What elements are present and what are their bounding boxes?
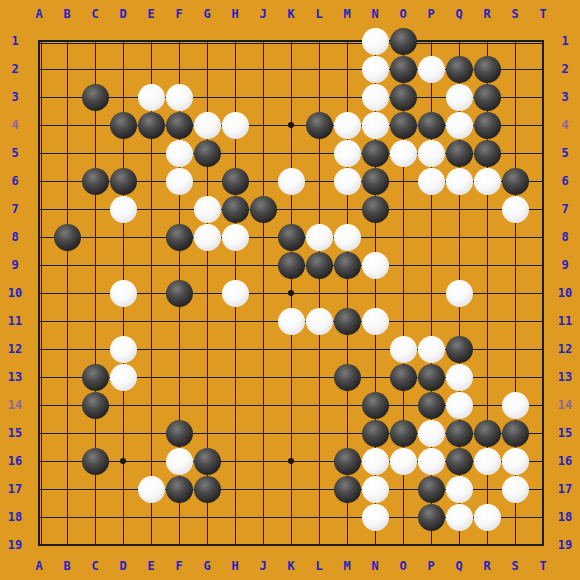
- intersection-H16[interactable]: [221, 447, 249, 475]
- intersection-P17[interactable]: [417, 475, 445, 503]
- intersection-A11[interactable]: [25, 307, 53, 335]
- intersection-G12[interactable]: [193, 335, 221, 363]
- intersection-N17[interactable]: [361, 475, 389, 503]
- intersection-K7[interactable]: [277, 195, 305, 223]
- intersection-A15[interactable]: [25, 419, 53, 447]
- intersection-E9[interactable]: [137, 251, 165, 279]
- intersection-G15[interactable]: [193, 419, 221, 447]
- intersection-M13[interactable]: [333, 363, 361, 391]
- intersection-D4[interactable]: [109, 111, 137, 139]
- intersection-P18[interactable]: [417, 503, 445, 531]
- intersection-A9[interactable]: [25, 251, 53, 279]
- intersection-Q9[interactable]: [445, 251, 473, 279]
- intersection-Q13[interactable]: [445, 363, 473, 391]
- intersection-E2[interactable]: [137, 55, 165, 83]
- intersection-T17[interactable]: [529, 475, 557, 503]
- intersection-S16[interactable]: [501, 447, 529, 475]
- intersection-N12[interactable]: [361, 335, 389, 363]
- intersection-B6[interactable]: [53, 167, 81, 195]
- intersection-S9[interactable]: [501, 251, 529, 279]
- intersection-G6[interactable]: [193, 167, 221, 195]
- intersection-Q11[interactable]: [445, 307, 473, 335]
- intersection-C3[interactable]: [81, 83, 109, 111]
- intersection-H8[interactable]: [221, 223, 249, 251]
- intersection-M10[interactable]: [333, 279, 361, 307]
- intersection-H1[interactable]: [221, 27, 249, 55]
- intersection-Q1[interactable]: [445, 27, 473, 55]
- intersection-T8[interactable]: [529, 223, 557, 251]
- intersection-D15[interactable]: [109, 419, 137, 447]
- intersection-N1[interactable]: [361, 27, 389, 55]
- intersection-F17[interactable]: [165, 475, 193, 503]
- intersection-E19[interactable]: [137, 531, 165, 559]
- intersection-G2[interactable]: [193, 55, 221, 83]
- intersection-C8[interactable]: [81, 223, 109, 251]
- intersection-K16[interactable]: [277, 447, 305, 475]
- intersection-M18[interactable]: [333, 503, 361, 531]
- intersection-B1[interactable]: [53, 27, 81, 55]
- intersection-P16[interactable]: [417, 447, 445, 475]
- intersection-E15[interactable]: [137, 419, 165, 447]
- intersection-G1[interactable]: [193, 27, 221, 55]
- intersection-O2[interactable]: [389, 55, 417, 83]
- intersection-J2[interactable]: [249, 55, 277, 83]
- intersection-C16[interactable]: [81, 447, 109, 475]
- intersection-L8[interactable]: [305, 223, 333, 251]
- intersection-F18[interactable]: [165, 503, 193, 531]
- intersection-K13[interactable]: [277, 363, 305, 391]
- intersection-Q5[interactable]: [445, 139, 473, 167]
- intersection-E10[interactable]: [137, 279, 165, 307]
- intersection-L2[interactable]: [305, 55, 333, 83]
- intersection-S3[interactable]: [501, 83, 529, 111]
- intersection-P10[interactable]: [417, 279, 445, 307]
- intersection-C19[interactable]: [81, 531, 109, 559]
- intersection-A5[interactable]: [25, 139, 53, 167]
- intersection-Q7[interactable]: [445, 195, 473, 223]
- intersection-H2[interactable]: [221, 55, 249, 83]
- intersection-A3[interactable]: [25, 83, 53, 111]
- intersection-C17[interactable]: [81, 475, 109, 503]
- intersection-R3[interactable]: [473, 83, 501, 111]
- intersection-G7[interactable]: [193, 195, 221, 223]
- intersection-H13[interactable]: [221, 363, 249, 391]
- intersection-B2[interactable]: [53, 55, 81, 83]
- intersection-L19[interactable]: [305, 531, 333, 559]
- intersection-O18[interactable]: [389, 503, 417, 531]
- intersection-J18[interactable]: [249, 503, 277, 531]
- intersection-J10[interactable]: [249, 279, 277, 307]
- intersection-T9[interactable]: [529, 251, 557, 279]
- intersection-J17[interactable]: [249, 475, 277, 503]
- intersection-L11[interactable]: [305, 307, 333, 335]
- intersection-F2[interactable]: [165, 55, 193, 83]
- intersection-A4[interactable]: [25, 111, 53, 139]
- intersection-Q19[interactable]: [445, 531, 473, 559]
- intersection-O15[interactable]: [389, 419, 417, 447]
- intersection-H3[interactable]: [221, 83, 249, 111]
- intersection-S8[interactable]: [501, 223, 529, 251]
- intersection-B3[interactable]: [53, 83, 81, 111]
- intersection-K11[interactable]: [277, 307, 305, 335]
- intersection-D7[interactable]: [109, 195, 137, 223]
- intersection-C2[interactable]: [81, 55, 109, 83]
- intersection-E3[interactable]: [137, 83, 165, 111]
- intersection-F9[interactable]: [165, 251, 193, 279]
- intersection-B12[interactable]: [53, 335, 81, 363]
- intersection-M16[interactable]: [333, 447, 361, 475]
- intersection-K4[interactable]: [277, 111, 305, 139]
- intersection-C10[interactable]: [81, 279, 109, 307]
- intersection-M8[interactable]: [333, 223, 361, 251]
- intersection-T7[interactable]: [529, 195, 557, 223]
- intersection-H12[interactable]: [221, 335, 249, 363]
- intersection-B4[interactable]: [53, 111, 81, 139]
- intersection-A12[interactable]: [25, 335, 53, 363]
- intersection-J15[interactable]: [249, 419, 277, 447]
- intersection-L9[interactable]: [305, 251, 333, 279]
- intersection-K1[interactable]: [277, 27, 305, 55]
- intersection-K10[interactable]: [277, 279, 305, 307]
- intersection-L10[interactable]: [305, 279, 333, 307]
- intersection-N16[interactable]: [361, 447, 389, 475]
- intersection-D2[interactable]: [109, 55, 137, 83]
- intersection-R13[interactable]: [473, 363, 501, 391]
- intersection-E17[interactable]: [137, 475, 165, 503]
- intersection-E7[interactable]: [137, 195, 165, 223]
- intersection-D17[interactable]: [109, 475, 137, 503]
- intersection-F13[interactable]: [165, 363, 193, 391]
- intersection-P12[interactable]: [417, 335, 445, 363]
- intersection-L17[interactable]: [305, 475, 333, 503]
- intersection-M4[interactable]: [333, 111, 361, 139]
- intersection-T13[interactable]: [529, 363, 557, 391]
- intersection-D14[interactable]: [109, 391, 137, 419]
- intersection-S19[interactable]: [501, 531, 529, 559]
- intersection-B16[interactable]: [53, 447, 81, 475]
- intersection-T4[interactable]: [529, 111, 557, 139]
- intersection-D18[interactable]: [109, 503, 137, 531]
- intersection-S10[interactable]: [501, 279, 529, 307]
- intersection-Q12[interactable]: [445, 335, 473, 363]
- intersection-K6[interactable]: [277, 167, 305, 195]
- intersection-S18[interactable]: [501, 503, 529, 531]
- intersection-B19[interactable]: [53, 531, 81, 559]
- intersection-D19[interactable]: [109, 531, 137, 559]
- intersection-O6[interactable]: [389, 167, 417, 195]
- intersection-E13[interactable]: [137, 363, 165, 391]
- intersection-G19[interactable]: [193, 531, 221, 559]
- intersection-C1[interactable]: [81, 27, 109, 55]
- intersection-J11[interactable]: [249, 307, 277, 335]
- intersection-H15[interactable]: [221, 419, 249, 447]
- intersection-P3[interactable]: [417, 83, 445, 111]
- intersection-C4[interactable]: [81, 111, 109, 139]
- intersection-M5[interactable]: [333, 139, 361, 167]
- intersection-H11[interactable]: [221, 307, 249, 335]
- intersection-G14[interactable]: [193, 391, 221, 419]
- intersection-K12[interactable]: [277, 335, 305, 363]
- intersection-J6[interactable]: [249, 167, 277, 195]
- intersection-L7[interactable]: [305, 195, 333, 223]
- intersection-D5[interactable]: [109, 139, 137, 167]
- intersection-O3[interactable]: [389, 83, 417, 111]
- intersection-O19[interactable]: [389, 531, 417, 559]
- intersection-S6[interactable]: [501, 167, 529, 195]
- intersection-Q2[interactable]: [445, 55, 473, 83]
- intersection-R8[interactable]: [473, 223, 501, 251]
- intersection-P11[interactable]: [417, 307, 445, 335]
- intersection-R16[interactable]: [473, 447, 501, 475]
- intersection-G18[interactable]: [193, 503, 221, 531]
- intersection-T10[interactable]: [529, 279, 557, 307]
- intersection-K14[interactable]: [277, 391, 305, 419]
- intersection-O13[interactable]: [389, 363, 417, 391]
- intersection-J13[interactable]: [249, 363, 277, 391]
- intersection-E4[interactable]: [137, 111, 165, 139]
- intersection-M2[interactable]: [333, 55, 361, 83]
- intersection-B9[interactable]: [53, 251, 81, 279]
- intersection-F10[interactable]: [165, 279, 193, 307]
- intersection-H9[interactable]: [221, 251, 249, 279]
- intersection-H19[interactable]: [221, 531, 249, 559]
- intersection-C7[interactable]: [81, 195, 109, 223]
- intersection-J5[interactable]: [249, 139, 277, 167]
- intersection-O17[interactable]: [389, 475, 417, 503]
- intersection-T14[interactable]: [529, 391, 557, 419]
- intersection-P15[interactable]: [417, 419, 445, 447]
- intersection-F5[interactable]: [165, 139, 193, 167]
- intersection-M9[interactable]: [333, 251, 361, 279]
- intersection-R14[interactable]: [473, 391, 501, 419]
- intersection-K9[interactable]: [277, 251, 305, 279]
- intersection-Q17[interactable]: [445, 475, 473, 503]
- intersection-S15[interactable]: [501, 419, 529, 447]
- intersection-Q10[interactable]: [445, 279, 473, 307]
- intersection-N13[interactable]: [361, 363, 389, 391]
- intersection-J3[interactable]: [249, 83, 277, 111]
- intersection-N2[interactable]: [361, 55, 389, 83]
- intersection-T2[interactable]: [529, 55, 557, 83]
- intersection-G3[interactable]: [193, 83, 221, 111]
- intersection-D10[interactable]: [109, 279, 137, 307]
- intersection-J7[interactable]: [249, 195, 277, 223]
- intersection-F15[interactable]: [165, 419, 193, 447]
- intersection-J12[interactable]: [249, 335, 277, 363]
- intersection-R2[interactable]: [473, 55, 501, 83]
- intersection-E18[interactable]: [137, 503, 165, 531]
- intersection-E8[interactable]: [137, 223, 165, 251]
- intersection-L4[interactable]: [305, 111, 333, 139]
- intersection-F11[interactable]: [165, 307, 193, 335]
- intersection-L3[interactable]: [305, 83, 333, 111]
- intersection-N15[interactable]: [361, 419, 389, 447]
- intersection-T1[interactable]: [529, 27, 557, 55]
- intersection-A14[interactable]: [25, 391, 53, 419]
- intersection-R1[interactable]: [473, 27, 501, 55]
- intersection-A1[interactable]: [25, 27, 53, 55]
- intersection-F3[interactable]: [165, 83, 193, 111]
- intersection-R19[interactable]: [473, 531, 501, 559]
- intersection-G16[interactable]: [193, 447, 221, 475]
- intersection-A2[interactable]: [25, 55, 53, 83]
- intersection-E1[interactable]: [137, 27, 165, 55]
- intersection-L6[interactable]: [305, 167, 333, 195]
- intersection-T5[interactable]: [529, 139, 557, 167]
- intersection-J16[interactable]: [249, 447, 277, 475]
- intersection-H14[interactable]: [221, 391, 249, 419]
- intersection-H6[interactable]: [221, 167, 249, 195]
- intersection-G4[interactable]: [193, 111, 221, 139]
- intersection-T18[interactable]: [529, 503, 557, 531]
- intersection-H4[interactable]: [221, 111, 249, 139]
- intersection-N5[interactable]: [361, 139, 389, 167]
- intersection-M12[interactable]: [333, 335, 361, 363]
- intersection-C11[interactable]: [81, 307, 109, 335]
- intersection-S4[interactable]: [501, 111, 529, 139]
- intersection-F1[interactable]: [165, 27, 193, 55]
- intersection-A19[interactable]: [25, 531, 53, 559]
- intersection-D8[interactable]: [109, 223, 137, 251]
- intersection-B15[interactable]: [53, 419, 81, 447]
- intersection-T11[interactable]: [529, 307, 557, 335]
- intersection-O9[interactable]: [389, 251, 417, 279]
- intersection-P9[interactable]: [417, 251, 445, 279]
- intersection-F6[interactable]: [165, 167, 193, 195]
- intersection-J4[interactable]: [249, 111, 277, 139]
- intersection-M3[interactable]: [333, 83, 361, 111]
- intersection-P2[interactable]: [417, 55, 445, 83]
- intersection-A7[interactable]: [25, 195, 53, 223]
- intersection-K15[interactable]: [277, 419, 305, 447]
- intersection-D12[interactable]: [109, 335, 137, 363]
- intersection-N3[interactable]: [361, 83, 389, 111]
- intersection-A6[interactable]: [25, 167, 53, 195]
- intersection-H17[interactable]: [221, 475, 249, 503]
- intersection-J1[interactable]: [249, 27, 277, 55]
- intersection-F19[interactable]: [165, 531, 193, 559]
- intersection-A8[interactable]: [25, 223, 53, 251]
- intersection-C14[interactable]: [81, 391, 109, 419]
- intersection-R7[interactable]: [473, 195, 501, 223]
- intersection-Q3[interactable]: [445, 83, 473, 111]
- intersection-C15[interactable]: [81, 419, 109, 447]
- intersection-R11[interactable]: [473, 307, 501, 335]
- intersection-C12[interactable]: [81, 335, 109, 363]
- intersection-E11[interactable]: [137, 307, 165, 335]
- intersection-Q4[interactable]: [445, 111, 473, 139]
- intersection-N9[interactable]: [361, 251, 389, 279]
- intersection-C9[interactable]: [81, 251, 109, 279]
- intersection-D9[interactable]: [109, 251, 137, 279]
- intersection-H5[interactable]: [221, 139, 249, 167]
- intersection-J19[interactable]: [249, 531, 277, 559]
- intersection-J9[interactable]: [249, 251, 277, 279]
- intersection-S2[interactable]: [501, 55, 529, 83]
- intersection-R18[interactable]: [473, 503, 501, 531]
- intersection-G9[interactable]: [193, 251, 221, 279]
- intersection-F12[interactable]: [165, 335, 193, 363]
- intersection-D1[interactable]: [109, 27, 137, 55]
- intersection-J14[interactable]: [249, 391, 277, 419]
- intersection-D13[interactable]: [109, 363, 137, 391]
- intersection-O10[interactable]: [389, 279, 417, 307]
- intersection-M17[interactable]: [333, 475, 361, 503]
- intersection-K19[interactable]: [277, 531, 305, 559]
- intersection-K2[interactable]: [277, 55, 305, 83]
- intersection-N6[interactable]: [361, 167, 389, 195]
- intersection-H10[interactable]: [221, 279, 249, 307]
- intersection-Q18[interactable]: [445, 503, 473, 531]
- intersection-B7[interactable]: [53, 195, 81, 223]
- intersection-F14[interactable]: [165, 391, 193, 419]
- intersection-Q16[interactable]: [445, 447, 473, 475]
- intersection-O1[interactable]: [389, 27, 417, 55]
- intersection-P5[interactable]: [417, 139, 445, 167]
- intersection-B13[interactable]: [53, 363, 81, 391]
- intersection-N19[interactable]: [361, 531, 389, 559]
- intersection-B18[interactable]: [53, 503, 81, 531]
- intersection-G11[interactable]: [193, 307, 221, 335]
- intersection-D6[interactable]: [109, 167, 137, 195]
- intersection-H18[interactable]: [221, 503, 249, 531]
- intersection-P8[interactable]: [417, 223, 445, 251]
- intersection-C13[interactable]: [81, 363, 109, 391]
- intersection-P7[interactable]: [417, 195, 445, 223]
- intersection-S5[interactable]: [501, 139, 529, 167]
- intersection-K18[interactable]: [277, 503, 305, 531]
- intersection-C5[interactable]: [81, 139, 109, 167]
- intersection-F16[interactable]: [165, 447, 193, 475]
- intersection-G17[interactable]: [193, 475, 221, 503]
- intersection-O12[interactable]: [389, 335, 417, 363]
- intersection-R4[interactable]: [473, 111, 501, 139]
- intersection-O11[interactable]: [389, 307, 417, 335]
- intersection-G10[interactable]: [193, 279, 221, 307]
- intersection-E16[interactable]: [137, 447, 165, 475]
- intersection-C6[interactable]: [81, 167, 109, 195]
- intersection-L16[interactable]: [305, 447, 333, 475]
- intersection-Q15[interactable]: [445, 419, 473, 447]
- intersection-B11[interactable]: [53, 307, 81, 335]
- intersection-R6[interactable]: [473, 167, 501, 195]
- intersection-P1[interactable]: [417, 27, 445, 55]
- intersection-H7[interactable]: [221, 195, 249, 223]
- intersection-S1[interactable]: [501, 27, 529, 55]
- intersection-F8[interactable]: [165, 223, 193, 251]
- intersection-K5[interactable]: [277, 139, 305, 167]
- intersection-M15[interactable]: [333, 419, 361, 447]
- intersection-S7[interactable]: [501, 195, 529, 223]
- intersection-S12[interactable]: [501, 335, 529, 363]
- intersection-L14[interactable]: [305, 391, 333, 419]
- intersection-K8[interactable]: [277, 223, 305, 251]
- intersection-B10[interactable]: [53, 279, 81, 307]
- intersection-T16[interactable]: [529, 447, 557, 475]
- intersection-E14[interactable]: [137, 391, 165, 419]
- intersection-N8[interactable]: [361, 223, 389, 251]
- intersection-N4[interactable]: [361, 111, 389, 139]
- intersection-R17[interactable]: [473, 475, 501, 503]
- intersection-L18[interactable]: [305, 503, 333, 531]
- intersection-B8[interactable]: [53, 223, 81, 251]
- intersection-R15[interactable]: [473, 419, 501, 447]
- intersection-N7[interactable]: [361, 195, 389, 223]
- intersection-G8[interactable]: [193, 223, 221, 251]
- intersection-O4[interactable]: [389, 111, 417, 139]
- intersection-D3[interactable]: [109, 83, 137, 111]
- intersection-N10[interactable]: [361, 279, 389, 307]
